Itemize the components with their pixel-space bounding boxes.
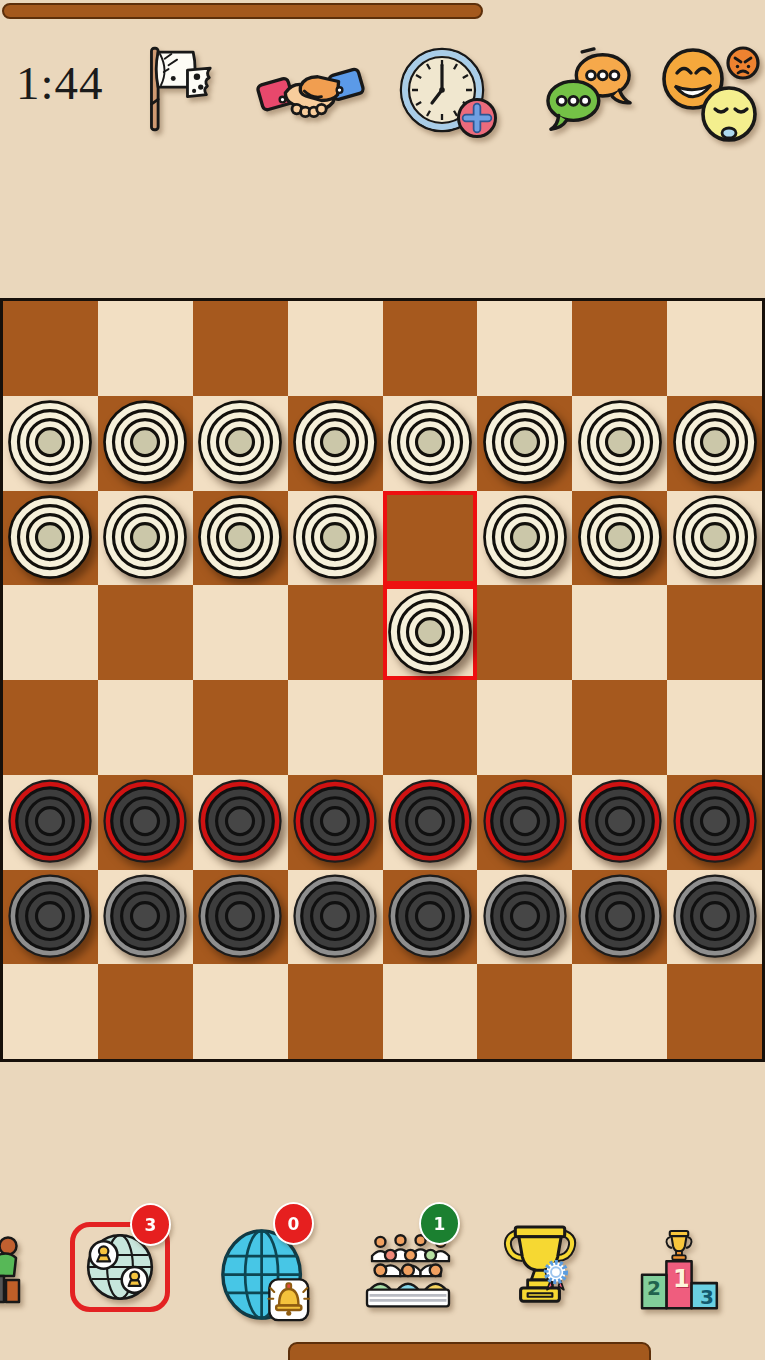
opponent-seated-icon[interactable] [0, 1236, 26, 1308]
square-c5[interactable] [193, 585, 288, 680]
white-man-piece[interactable] [290, 398, 380, 488]
black-man-piece-highlighted[interactable] [480, 777, 570, 867]
white-man-piece[interactable] [575, 493, 665, 583]
square-a2[interactable] [3, 870, 98, 965]
achievements-button[interactable] [501, 1220, 579, 1310]
square-e2[interactable] [383, 870, 478, 965]
square-b3[interactable] [98, 775, 193, 870]
square-a1[interactable] [3, 964, 98, 1059]
board[interactable] [0, 298, 765, 1062]
white-man-piece[interactable] [100, 398, 190, 488]
chat-button[interactable] [540, 47, 640, 137]
square-g1[interactable] [572, 964, 667, 1059]
square-g8[interactable] [572, 301, 667, 396]
square-b4[interactable] [98, 680, 193, 775]
square-f6[interactable] [477, 491, 572, 586]
square-d1[interactable] [288, 964, 383, 1059]
black-man-piece-highlighted[interactable] [385, 777, 475, 867]
square-c3[interactable] [193, 775, 288, 870]
square-f3[interactable] [477, 775, 572, 870]
emoji-faces-icon [656, 42, 764, 144]
black-man-piece[interactable] [575, 872, 665, 962]
white-man-piece[interactable] [290, 493, 380, 583]
square-g4[interactable] [572, 680, 667, 775]
white-man-piece[interactable] [385, 588, 475, 678]
black-man-piece-highlighted[interactable] [575, 777, 665, 867]
square-f5[interactable] [477, 585, 572, 680]
black-man-piece[interactable] [5, 872, 95, 962]
square-b2[interactable] [98, 870, 193, 965]
square-g6[interactable] [572, 491, 667, 586]
resign-button[interactable] [142, 45, 214, 133]
square-h1[interactable] [667, 964, 762, 1059]
square-d4[interactable] [288, 680, 383, 775]
friends-badge: 3 [130, 1203, 171, 1246]
square-b1[interactable] [98, 964, 193, 1059]
square-h8[interactable] [667, 301, 762, 396]
black-man-piece[interactable] [290, 872, 380, 962]
seated-person-icon [0, 1236, 26, 1308]
white-man-piece[interactable] [385, 398, 475, 488]
podium-rank-1: 1 [673, 1265, 690, 1293]
square-h2[interactable] [667, 870, 762, 965]
square-e7[interactable] [383, 396, 478, 491]
white-man-piece[interactable] [670, 398, 760, 488]
spectators-badge: 1 [419, 1202, 460, 1245]
trophy-icon [501, 1220, 579, 1310]
black-man-piece-highlighted[interactable] [5, 777, 95, 867]
square-e6[interactable] [383, 491, 478, 586]
invites-badge: 0 [273, 1202, 314, 1245]
square-d5[interactable] [288, 585, 383, 680]
square-c6[interactable] [193, 491, 288, 586]
square-e5[interactable] [383, 585, 478, 680]
square-d8[interactable] [288, 301, 383, 396]
square-f8[interactable] [477, 301, 572, 396]
square-d2[interactable] [288, 870, 383, 965]
square-b6[interactable] [98, 491, 193, 586]
white-man-piece[interactable] [100, 493, 190, 583]
square-c7[interactable] [193, 396, 288, 491]
clock-plus-icon [396, 42, 502, 140]
square-g7[interactable] [572, 396, 667, 491]
chat-bubbles-icon [540, 47, 640, 137]
square-a8[interactable] [3, 301, 98, 396]
white-man-piece[interactable] [5, 493, 95, 583]
square-c8[interactable] [193, 301, 288, 396]
black-man-piece[interactable] [385, 872, 475, 962]
emotes-button[interactable] [656, 42, 764, 144]
bottom-time-bar [288, 1342, 651, 1360]
square-b5[interactable] [98, 585, 193, 680]
square-a6[interactable] [3, 491, 98, 586]
square-a3[interactable] [3, 775, 98, 870]
podium-rank-3: 3 [700, 1285, 714, 1309]
square-f4[interactable] [477, 680, 572, 775]
square-g5[interactable] [572, 585, 667, 680]
podium-rank-2: 2 [647, 1276, 661, 1300]
black-man-piece[interactable] [195, 872, 285, 962]
black-man-piece[interactable] [100, 872, 190, 962]
handshake-icon [256, 53, 366, 129]
square-g2[interactable] [572, 870, 667, 965]
offer-draw-button[interactable] [256, 53, 366, 129]
square-e4[interactable] [383, 680, 478, 775]
white-man-piece[interactable] [195, 493, 285, 583]
square-c1[interactable] [193, 964, 288, 1059]
square-h5[interactable] [667, 585, 762, 680]
leaderboard-button[interactable]: 2 1 3 [637, 1226, 721, 1310]
square-f1[interactable] [477, 964, 572, 1059]
square-a7[interactable] [3, 396, 98, 491]
square-e8[interactable] [383, 301, 478, 396]
top-time-bar [2, 3, 483, 19]
square-b8[interactable] [98, 301, 193, 396]
player-timer: 1:44 [16, 56, 126, 110]
torn-flag-icon [142, 45, 214, 133]
white-man-piece[interactable] [5, 398, 95, 488]
black-man-piece[interactable] [670, 872, 760, 962]
square-d3[interactable] [288, 775, 383, 870]
black-man-piece-highlighted[interactable] [290, 777, 380, 867]
white-man-piece[interactable] [195, 398, 285, 488]
white-man-piece[interactable] [670, 493, 760, 583]
black-man-piece-highlighted[interactable] [100, 777, 190, 867]
black-man-piece-highlighted[interactable] [195, 777, 285, 867]
square-h6[interactable] [667, 491, 762, 586]
square-h7[interactable] [667, 396, 762, 491]
square-d6[interactable] [288, 491, 383, 586]
square-c4[interactable] [193, 680, 288, 775]
square-e3[interactable] [383, 775, 478, 870]
square-e1[interactable] [383, 964, 478, 1059]
square-h3[interactable] [667, 775, 762, 870]
square-g3[interactable] [572, 775, 667, 870]
square-d7[interactable] [288, 396, 383, 491]
square-a4[interactable] [3, 680, 98, 775]
white-man-piece[interactable] [480, 398, 570, 488]
square-h4[interactable] [667, 680, 762, 775]
square-f2[interactable] [477, 870, 572, 965]
black-man-piece-highlighted[interactable] [670, 777, 760, 867]
add-time-button[interactable] [396, 42, 502, 140]
square-f7[interactable] [477, 396, 572, 491]
white-man-piece[interactable] [480, 493, 570, 583]
white-man-piece[interactable] [575, 398, 665, 488]
square-c2[interactable] [193, 870, 288, 965]
square-a5[interactable] [3, 585, 98, 680]
square-b7[interactable] [98, 396, 193, 491]
black-man-piece[interactable] [480, 872, 570, 962]
